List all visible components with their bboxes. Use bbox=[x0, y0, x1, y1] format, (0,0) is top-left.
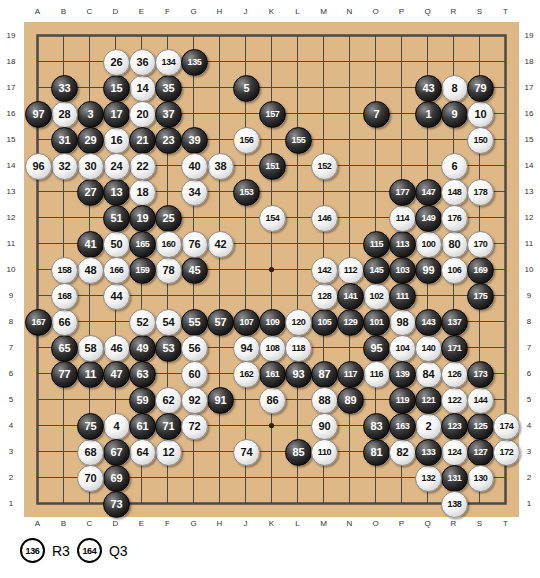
column-label-top-M: M bbox=[311, 7, 337, 16]
column-label-bottom-Q: Q bbox=[415, 519, 441, 528]
column-label-top-N: N bbox=[337, 7, 363, 16]
stone-M4[interactable]: 90 bbox=[311, 413, 338, 440]
stone-Q13[interactable]: 147 bbox=[415, 179, 442, 206]
stone-C15[interactable]: 29 bbox=[77, 127, 104, 154]
stone-F15[interactable]: 23 bbox=[155, 127, 182, 154]
stone-P4[interactable]: 163 bbox=[389, 413, 416, 440]
stone-N8[interactable]: 129 bbox=[337, 309, 364, 336]
stone-D2[interactable]: 69 bbox=[103, 465, 130, 492]
stone-R3[interactable]: 124 bbox=[441, 439, 468, 466]
column-label-top-B: B bbox=[51, 7, 77, 16]
column-label-bottom-O: O bbox=[363, 519, 389, 528]
stone-C4[interactable]: 75 bbox=[77, 413, 104, 440]
stone-N6[interactable]: 117 bbox=[337, 361, 364, 388]
row-label-right-16: 16 bbox=[519, 109, 539, 118]
stone-G18[interactable]: 135 bbox=[181, 49, 208, 76]
stone-C7[interactable]: 58 bbox=[77, 335, 104, 362]
stone-F5[interactable]: 62 bbox=[155, 387, 182, 414]
stone-O3[interactable]: 81 bbox=[363, 439, 390, 466]
stone-K5[interactable]: 86 bbox=[259, 387, 286, 414]
stone-Q3[interactable]: 133 bbox=[415, 439, 442, 466]
row-label-right-10: 10 bbox=[519, 265, 539, 274]
row-label-left-17: 17 bbox=[1, 83, 21, 92]
row-label-right-3: 3 bbox=[519, 447, 539, 456]
stone-Q11[interactable]: 100 bbox=[415, 231, 442, 258]
column-label-bottom-J: J bbox=[233, 519, 259, 528]
stone-B7[interactable]: 65 bbox=[51, 335, 78, 362]
stone-P7[interactable]: 104 bbox=[389, 335, 416, 362]
stone-S13[interactable]: 178 bbox=[467, 179, 494, 206]
stone-R13[interactable]: 148 bbox=[441, 179, 468, 206]
stone-L3[interactable]: 85 bbox=[285, 439, 312, 466]
column-label-bottom-H: H bbox=[207, 519, 233, 528]
stone-B16[interactable]: 28 bbox=[51, 101, 78, 128]
stone-J3[interactable]: 74 bbox=[233, 439, 260, 466]
row-label-right-11: 11 bbox=[519, 239, 539, 248]
stone-C13[interactable]: 27 bbox=[77, 179, 104, 206]
stone-D13[interactable]: 13 bbox=[103, 179, 130, 206]
stone-F16[interactable]: 37 bbox=[155, 101, 182, 128]
stone-L15[interactable]: 155 bbox=[285, 127, 312, 154]
stone-F18[interactable]: 134 bbox=[155, 49, 182, 76]
stone-S3[interactable]: 127 bbox=[467, 439, 494, 466]
row-label-left-1: 1 bbox=[1, 499, 21, 508]
row-label-left-10: 10 bbox=[1, 265, 21, 274]
stone-F17[interactable]: 35 bbox=[155, 75, 182, 102]
stone-N5[interactable]: 89 bbox=[337, 387, 364, 414]
caption-coord: R3 bbox=[52, 543, 70, 559]
stone-S2[interactable]: 130 bbox=[467, 465, 494, 492]
stone-M6[interactable]: 87 bbox=[311, 361, 338, 388]
stone-Q17[interactable]: 43 bbox=[415, 75, 442, 102]
stone-E4[interactable]: 61 bbox=[129, 413, 156, 440]
stone-D9[interactable]: 44 bbox=[103, 283, 130, 310]
star-point bbox=[269, 267, 274, 272]
column-label-bottom-B: B bbox=[51, 519, 77, 528]
stone-K6[interactable]: 161 bbox=[259, 361, 286, 388]
stone-T4[interactable]: 174 bbox=[493, 413, 520, 440]
stone-C14[interactable]: 30 bbox=[77, 153, 104, 180]
stone-E12[interactable]: 19 bbox=[129, 205, 156, 232]
column-label-bottom-N: N bbox=[337, 519, 363, 528]
stone-F3[interactable]: 12 bbox=[155, 439, 182, 466]
stone-Q2[interactable]: 132 bbox=[415, 465, 442, 492]
column-label-bottom-A: A bbox=[25, 519, 51, 528]
stone-S15[interactable]: 150 bbox=[467, 127, 494, 154]
stone-D10[interactable]: 166 bbox=[103, 257, 130, 284]
column-label-top-R: R bbox=[441, 7, 467, 16]
stone-S10[interactable]: 169 bbox=[467, 257, 494, 284]
row-label-right-2: 2 bbox=[519, 473, 539, 482]
stone-Q4[interactable]: 2 bbox=[415, 413, 442, 440]
row-label-left-16: 16 bbox=[1, 109, 21, 118]
row-label-left-4: 4 bbox=[1, 421, 21, 430]
stone-C11[interactable]: 41 bbox=[77, 231, 104, 258]
column-label-top-L: L bbox=[285, 7, 311, 16]
stone-K12[interactable]: 154 bbox=[259, 205, 286, 232]
caption-coord: Q3 bbox=[109, 543, 128, 559]
stone-D18[interactable]: 26 bbox=[103, 49, 130, 76]
row-label-right-1: 1 bbox=[519, 499, 539, 508]
stone-R10[interactable]: 106 bbox=[441, 257, 468, 284]
stone-G4[interactable]: 72 bbox=[181, 413, 208, 440]
stone-S5[interactable]: 144 bbox=[467, 387, 494, 414]
stone-S11[interactable]: 170 bbox=[467, 231, 494, 258]
stone-D3[interactable]: 67 bbox=[103, 439, 130, 466]
stone-J17[interactable]: 5 bbox=[233, 75, 260, 102]
row-label-right-4: 4 bbox=[519, 421, 539, 430]
column-label-bottom-S: S bbox=[467, 519, 493, 528]
stone-B10[interactable]: 158 bbox=[51, 257, 78, 284]
stone-Q8[interactable]: 143 bbox=[415, 309, 442, 336]
stone-B15[interactable]: 31 bbox=[51, 127, 78, 154]
stone-G10[interactable]: 45 bbox=[181, 257, 208, 284]
stone-K7[interactable]: 108 bbox=[259, 335, 286, 362]
stone-L8[interactable]: 120 bbox=[285, 309, 312, 336]
stone-Q7[interactable]: 140 bbox=[415, 335, 442, 362]
stone-P12[interactable]: 114 bbox=[389, 205, 416, 232]
stone-B6[interactable]: 77 bbox=[51, 361, 78, 388]
stone-L7[interactable]: 118 bbox=[285, 335, 312, 362]
stone-Q12[interactable]: 149 bbox=[415, 205, 442, 232]
stone-S9[interactable]: 175 bbox=[467, 283, 494, 310]
stone-E6[interactable]: 63 bbox=[129, 361, 156, 388]
row-label-left-18: 18 bbox=[1, 57, 21, 66]
stone-A14[interactable]: 96 bbox=[25, 153, 52, 180]
column-label-bottom-M: M bbox=[311, 519, 337, 528]
row-label-left-7: 7 bbox=[1, 343, 21, 352]
stone-F8[interactable]: 54 bbox=[155, 309, 182, 336]
column-label-top-J: J bbox=[233, 7, 259, 16]
stone-F4[interactable]: 71 bbox=[155, 413, 182, 440]
stone-H8[interactable]: 57 bbox=[207, 309, 234, 336]
stone-R11[interactable]: 80 bbox=[441, 231, 468, 258]
stone-P10[interactable]: 103 bbox=[389, 257, 416, 284]
stone-G13[interactable]: 34 bbox=[181, 179, 208, 206]
stone-P11[interactable]: 113 bbox=[389, 231, 416, 258]
row-label-right-6: 6 bbox=[519, 369, 539, 378]
stone-K14[interactable]: 151 bbox=[259, 153, 286, 180]
stone-E14[interactable]: 22 bbox=[129, 153, 156, 180]
stone-O8[interactable]: 101 bbox=[363, 309, 390, 336]
stone-R16[interactable]: 9 bbox=[441, 101, 468, 128]
stone-S4[interactable]: 125 bbox=[467, 413, 494, 440]
stone-E18[interactable]: 36 bbox=[129, 49, 156, 76]
stone-C2[interactable]: 70 bbox=[77, 465, 104, 492]
stone-F11[interactable]: 160 bbox=[155, 231, 182, 258]
row-label-right-7: 7 bbox=[519, 343, 539, 352]
stone-S17[interactable]: 79 bbox=[467, 75, 494, 102]
stone-H5[interactable]: 91 bbox=[207, 387, 234, 414]
stone-D1[interactable]: 73 bbox=[103, 491, 130, 518]
stone-R17[interactable]: 8 bbox=[441, 75, 468, 102]
column-label-top-S: S bbox=[467, 7, 493, 16]
stone-M3[interactable]: 110 bbox=[311, 439, 338, 466]
column-label-bottom-E: E bbox=[129, 519, 155, 528]
stone-E5[interactable]: 59 bbox=[129, 387, 156, 414]
stone-E3[interactable]: 64 bbox=[129, 439, 156, 466]
stone-C10[interactable]: 48 bbox=[77, 257, 104, 284]
row-label-right-17: 17 bbox=[519, 83, 539, 92]
stone-K8[interactable]: 109 bbox=[259, 309, 286, 336]
stone-D14[interactable]: 24 bbox=[103, 153, 130, 180]
stone-G7[interactable]: 56 bbox=[181, 335, 208, 362]
stone-C6[interactable]: 11 bbox=[77, 361, 104, 388]
column-label-top-P: P bbox=[389, 7, 415, 16]
stone-M10[interactable]: 142 bbox=[311, 257, 338, 284]
column-label-bottom-F: F bbox=[155, 519, 181, 528]
stone-S16[interactable]: 10 bbox=[467, 101, 494, 128]
row-label-right-12: 12 bbox=[519, 213, 539, 222]
stone-A16[interactable]: 97 bbox=[25, 101, 52, 128]
stone-J15[interactable]: 156 bbox=[233, 127, 260, 154]
column-label-top-A: A bbox=[25, 7, 51, 16]
stone-P9[interactable]: 111 bbox=[389, 283, 416, 310]
stone-M9[interactable]: 128 bbox=[311, 283, 338, 310]
stone-D6[interactable]: 47 bbox=[103, 361, 130, 388]
stone-R2[interactable]: 131 bbox=[441, 465, 468, 492]
stone-S6[interactable]: 173 bbox=[467, 361, 494, 388]
column-label-bottom-K: K bbox=[259, 519, 285, 528]
stone-B8[interactable]: 66 bbox=[51, 309, 78, 336]
stone-P5[interactable]: 119 bbox=[389, 387, 416, 414]
column-label-top-K: K bbox=[259, 7, 285, 16]
row-label-left-9: 9 bbox=[1, 291, 21, 300]
stone-K16[interactable]: 157 bbox=[259, 101, 286, 128]
stone-Q6[interactable]: 84 bbox=[415, 361, 442, 388]
row-label-left-5: 5 bbox=[1, 395, 21, 404]
stone-G5[interactable]: 92 bbox=[181, 387, 208, 414]
star-point bbox=[269, 423, 274, 428]
stone-P13[interactable]: 177 bbox=[389, 179, 416, 206]
row-label-left-6: 6 bbox=[1, 369, 21, 378]
stone-B14[interactable]: 32 bbox=[51, 153, 78, 180]
stone-M5[interactable]: 88 bbox=[311, 387, 338, 414]
column-label-top-G: G bbox=[181, 7, 207, 16]
stone-D4[interactable]: 4 bbox=[103, 413, 130, 440]
stone-E10[interactable]: 159 bbox=[129, 257, 156, 284]
row-label-right-14: 14 bbox=[519, 161, 539, 170]
stone-L6[interactable]: 93 bbox=[285, 361, 312, 388]
stone-D16[interactable]: 17 bbox=[103, 101, 130, 128]
row-label-right-19: 19 bbox=[519, 31, 539, 40]
stone-H14[interactable]: 38 bbox=[207, 153, 234, 180]
row-label-left-3: 3 bbox=[1, 447, 21, 456]
row-label-left-8: 8 bbox=[1, 317, 21, 326]
column-label-top-T: T bbox=[493, 7, 519, 16]
stone-E17[interactable]: 14 bbox=[129, 75, 156, 102]
stone-O9[interactable]: 102 bbox=[363, 283, 390, 310]
stone-O16[interactable]: 7 bbox=[363, 101, 390, 128]
stone-G14[interactable]: 40 bbox=[181, 153, 208, 180]
stone-R4[interactable]: 123 bbox=[441, 413, 468, 440]
stone-R8[interactable]: 137 bbox=[441, 309, 468, 336]
row-label-right-5: 5 bbox=[519, 395, 539, 404]
column-label-top-O: O bbox=[363, 7, 389, 16]
go-board[interactable]: 1234567891011121314151617181920212223242… bbox=[24, 22, 519, 517]
stone-F12[interactable]: 25 bbox=[155, 205, 182, 232]
column-label-bottom-R: R bbox=[441, 519, 467, 528]
stone-C3[interactable]: 68 bbox=[77, 439, 104, 466]
column-label-top-F: F bbox=[155, 7, 181, 16]
stone-Q10[interactable]: 99 bbox=[415, 257, 442, 284]
stone-P3[interactable]: 82 bbox=[389, 439, 416, 466]
stone-H11[interactable]: 42 bbox=[207, 231, 234, 258]
stone-F10[interactable]: 78 bbox=[155, 257, 182, 284]
row-label-left-13: 13 bbox=[1, 187, 21, 196]
column-label-bottom-G: G bbox=[181, 519, 207, 528]
row-label-left-11: 11 bbox=[1, 239, 21, 248]
stone-O4[interactable]: 83 bbox=[363, 413, 390, 440]
caption: 136 R3 164 Q3 bbox=[20, 538, 128, 563]
row-label-left-14: 14 bbox=[1, 161, 21, 170]
stone-E11[interactable]: 165 bbox=[129, 231, 156, 258]
row-label-right-8: 8 bbox=[519, 317, 539, 326]
stone-C16[interactable]: 3 bbox=[77, 101, 104, 128]
row-label-right-9: 9 bbox=[519, 291, 539, 300]
row-label-left-15: 15 bbox=[1, 135, 21, 144]
stone-M8[interactable]: 105 bbox=[311, 309, 338, 336]
caption-stone-icon: 164 bbox=[77, 538, 102, 563]
stone-E13[interactable]: 18 bbox=[129, 179, 156, 206]
go-diagram-page: 1234567891011121314151617181920212223242… bbox=[0, 0, 540, 578]
column-label-bottom-L: L bbox=[285, 519, 311, 528]
stone-J13[interactable]: 153 bbox=[233, 179, 260, 206]
stone-M12[interactable]: 146 bbox=[311, 205, 338, 232]
stone-D12[interactable]: 51 bbox=[103, 205, 130, 232]
stone-O10[interactable]: 145 bbox=[363, 257, 390, 284]
stone-F7[interactable]: 53 bbox=[155, 335, 182, 362]
column-label-bottom-C: C bbox=[77, 519, 103, 528]
stone-R7[interactable]: 171 bbox=[441, 335, 468, 362]
stone-J8[interactable]: 107 bbox=[233, 309, 260, 336]
stone-D7[interactable]: 46 bbox=[103, 335, 130, 362]
column-label-top-E: E bbox=[129, 7, 155, 16]
stone-B17[interactable]: 33 bbox=[51, 75, 78, 102]
column-label-bottom-P: P bbox=[389, 519, 415, 528]
row-label-right-18: 18 bbox=[519, 57, 539, 66]
stone-R5[interactable]: 122 bbox=[441, 387, 468, 414]
stone-G11[interactable]: 76 bbox=[181, 231, 208, 258]
stone-P8[interactable]: 98 bbox=[389, 309, 416, 336]
stone-P6[interactable]: 139 bbox=[389, 361, 416, 388]
stone-D15[interactable]: 16 bbox=[103, 127, 130, 154]
stone-J6[interactable]: 162 bbox=[233, 361, 260, 388]
stone-M14[interactable]: 152 bbox=[311, 153, 338, 180]
row-label-right-15: 15 bbox=[519, 135, 539, 144]
column-label-top-D: D bbox=[103, 7, 129, 16]
row-label-right-13: 13 bbox=[519, 187, 539, 196]
stone-O11[interactable]: 115 bbox=[363, 231, 390, 258]
stone-A8[interactable]: 167 bbox=[25, 309, 52, 336]
stone-E16[interactable]: 20 bbox=[129, 101, 156, 128]
column-label-top-Q: Q bbox=[415, 7, 441, 16]
stone-T3[interactable]: 172 bbox=[493, 439, 520, 466]
stone-B9[interactable]: 168 bbox=[51, 283, 78, 310]
column-label-top-C: C bbox=[77, 7, 103, 16]
row-label-left-12: 12 bbox=[1, 213, 21, 222]
stone-G15[interactable]: 39 bbox=[181, 127, 208, 154]
stone-E7[interactable]: 49 bbox=[129, 335, 156, 362]
stone-R1[interactable]: 138 bbox=[441, 491, 468, 518]
stone-R12[interactable]: 176 bbox=[441, 205, 468, 232]
stone-E15[interactable]: 21 bbox=[129, 127, 156, 154]
row-label-left-2: 2 bbox=[1, 473, 21, 482]
stone-N9[interactable]: 141 bbox=[337, 283, 364, 310]
stone-Q16[interactable]: 1 bbox=[415, 101, 442, 128]
stone-O7[interactable]: 95 bbox=[363, 335, 390, 362]
row-label-left-19: 19 bbox=[1, 31, 21, 40]
column-label-bottom-T: T bbox=[493, 519, 519, 528]
column-label-bottom-D: D bbox=[103, 519, 129, 528]
stone-D11[interactable]: 50 bbox=[103, 231, 130, 258]
stone-R14[interactable]: 6 bbox=[441, 153, 468, 180]
stone-G8[interactable]: 55 bbox=[181, 309, 208, 336]
stone-O6[interactable]: 116 bbox=[363, 361, 390, 388]
stone-N10[interactable]: 112 bbox=[337, 257, 364, 284]
stone-Q5[interactable]: 121 bbox=[415, 387, 442, 414]
stone-J7[interactable]: 94 bbox=[233, 335, 260, 362]
stone-R6[interactable]: 126 bbox=[441, 361, 468, 388]
stone-G6[interactable]: 60 bbox=[181, 361, 208, 388]
stone-E8[interactable]: 52 bbox=[129, 309, 156, 336]
column-label-top-H: H bbox=[207, 7, 233, 16]
caption-stone-icon: 136 bbox=[20, 538, 45, 563]
stone-D17[interactable]: 15 bbox=[103, 75, 130, 102]
